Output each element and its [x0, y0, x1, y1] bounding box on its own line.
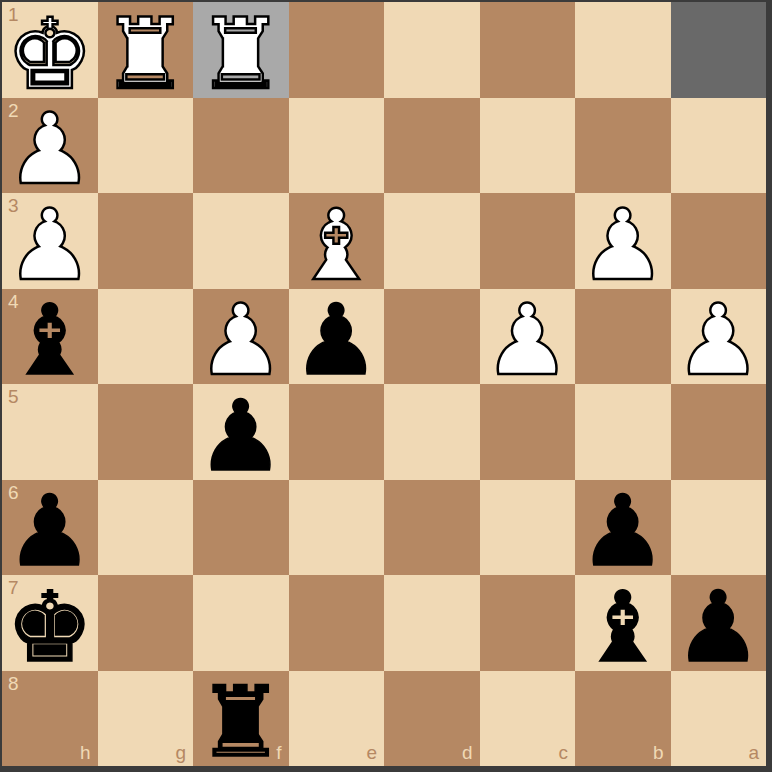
square-a5[interactable] [671, 384, 767, 480]
square-h6[interactable]: 6♟ [2, 480, 98, 576]
square-f7[interactable] [193, 575, 289, 671]
square-b6[interactable]: ♟ [575, 480, 671, 576]
square-a8[interactable]: a [671, 671, 767, 767]
file-label-g: g [175, 743, 186, 762]
piece-white-bishop-e3[interactable]: ♝ [292, 196, 380, 289]
square-c4[interactable]: ♟ [480, 289, 576, 385]
square-d6[interactable] [384, 480, 480, 576]
square-a7[interactable]: ♟ [671, 575, 767, 671]
chess-board-frame: 1♚♜♜2♟3♟♝♟4♝♟♟♟♟5♟6♟♟7♚♝♟8hgf♜edcba [0, 0, 772, 772]
piece-white-rook-f1[interactable]: ♜ [197, 5, 285, 98]
square-g5[interactable] [98, 384, 194, 480]
square-h3[interactable]: 3♟ [2, 193, 98, 289]
square-e2[interactable] [289, 98, 385, 194]
file-label-b: b [653, 743, 664, 762]
file-label-e: e [366, 743, 377, 762]
square-a2[interactable] [671, 98, 767, 194]
square-g8[interactable]: g [98, 671, 194, 767]
piece-white-pawn-f4[interactable]: ♟ [197, 291, 285, 384]
square-d7[interactable] [384, 575, 480, 671]
piece-white-pawn-a4[interactable]: ♟ [674, 291, 762, 384]
square-h2[interactable]: 2♟ [2, 98, 98, 194]
square-c1[interactable] [480, 2, 576, 98]
square-h5[interactable]: 5 [2, 384, 98, 480]
square-a1[interactable] [671, 2, 767, 98]
square-b5[interactable] [575, 384, 671, 480]
piece-black-pawn-h6[interactable]: ♟ [6, 482, 94, 575]
square-g6[interactable] [98, 480, 194, 576]
square-c5[interactable] [480, 384, 576, 480]
square-e6[interactable] [289, 480, 385, 576]
square-a3[interactable] [671, 193, 767, 289]
piece-white-rook-g1[interactable]: ♜ [101, 5, 189, 98]
square-h1[interactable]: 1♚ [2, 2, 98, 98]
square-a4[interactable]: ♟ [671, 289, 767, 385]
square-f6[interactable] [193, 480, 289, 576]
square-f1[interactable]: ♜ [193, 2, 289, 98]
square-c3[interactable] [480, 193, 576, 289]
square-f5[interactable]: ♟ [193, 384, 289, 480]
square-e7[interactable] [289, 575, 385, 671]
square-h8[interactable]: 8h [2, 671, 98, 767]
piece-black-pawn-b6[interactable]: ♟ [579, 482, 667, 575]
square-f4[interactable]: ♟ [193, 289, 289, 385]
square-e8[interactable]: e [289, 671, 385, 767]
square-b3[interactable]: ♟ [575, 193, 671, 289]
square-d5[interactable] [384, 384, 480, 480]
square-g2[interactable] [98, 98, 194, 194]
piece-black-rook-f8[interactable]: ♜ [197, 673, 285, 766]
square-h4[interactable]: 4♝ [2, 289, 98, 385]
square-b2[interactable] [575, 98, 671, 194]
square-e5[interactable] [289, 384, 385, 480]
square-g7[interactable] [98, 575, 194, 671]
file-label-c: c [559, 743, 569, 762]
piece-black-bishop-b7[interactable]: ♝ [579, 578, 667, 671]
file-label-h: h [80, 743, 91, 762]
square-f3[interactable] [193, 193, 289, 289]
square-d2[interactable] [384, 98, 480, 194]
piece-black-pawn-f5[interactable]: ♟ [197, 387, 285, 480]
piece-white-pawn-h3[interactable]: ♟ [6, 196, 94, 289]
square-f8[interactable]: f♜ [193, 671, 289, 767]
square-c2[interactable] [480, 98, 576, 194]
piece-black-bishop-h4[interactable]: ♝ [6, 291, 94, 384]
chess-board: 1♚♜♜2♟3♟♝♟4♝♟♟♟♟5♟6♟♟7♚♝♟8hgf♜edcba [2, 2, 766, 766]
piece-black-pawn-a7[interactable]: ♟ [674, 578, 762, 671]
square-g3[interactable] [98, 193, 194, 289]
square-c6[interactable] [480, 480, 576, 576]
piece-white-king-h1[interactable]: ♚ [6, 5, 94, 98]
piece-black-king-h7[interactable]: ♚ [6, 578, 94, 671]
square-e4[interactable]: ♟ [289, 289, 385, 385]
square-b8[interactable]: b [575, 671, 671, 767]
piece-white-pawn-h2[interactable]: ♟ [6, 100, 94, 193]
rank-label-8: 8 [8, 674, 19, 693]
square-f2[interactable] [193, 98, 289, 194]
square-b1[interactable] [575, 2, 671, 98]
square-g4[interactable] [98, 289, 194, 385]
piece-black-pawn-e4[interactable]: ♟ [292, 291, 380, 384]
square-a6[interactable] [671, 480, 767, 576]
square-d3[interactable] [384, 193, 480, 289]
file-label-a: a [748, 743, 759, 762]
square-h7[interactable]: 7♚ [2, 575, 98, 671]
square-g1[interactable]: ♜ [98, 2, 194, 98]
file-label-d: d [462, 743, 473, 762]
square-d1[interactable] [384, 2, 480, 98]
square-b4[interactable] [575, 289, 671, 385]
square-c7[interactable] [480, 575, 576, 671]
square-c8[interactable]: c [480, 671, 576, 767]
piece-white-pawn-b3[interactable]: ♟ [579, 196, 667, 289]
piece-white-pawn-c4[interactable]: ♟ [483, 291, 571, 384]
square-d4[interactable] [384, 289, 480, 385]
square-d8[interactable]: d [384, 671, 480, 767]
square-e3[interactable]: ♝ [289, 193, 385, 289]
square-b7[interactable]: ♝ [575, 575, 671, 671]
square-e1[interactable] [289, 2, 385, 98]
rank-label-5: 5 [8, 387, 19, 406]
